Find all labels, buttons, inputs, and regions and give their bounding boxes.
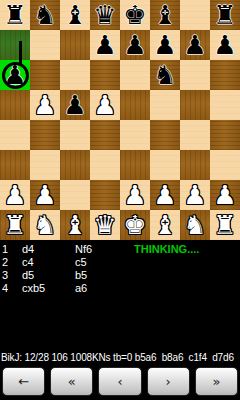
move-row: 2 c4 c5 (0, 256, 240, 269)
black-bishop-piece: ♝ (150, 0, 180, 30)
square-c8[interactable]: ♝ (60, 0, 90, 30)
black-pawn-piece: ♟ (90, 30, 120, 60)
square-h1[interactable]: ♜ (210, 210, 240, 240)
square-c2[interactable] (60, 180, 90, 210)
jump-to-start-button[interactable]: « (50, 367, 93, 396)
square-b1[interactable]: ♞ (30, 210, 60, 240)
white-move: c4 (22, 256, 34, 268)
step-forward-button[interactable]: › (147, 367, 190, 396)
black-bishop-piece: ♝ (60, 0, 90, 30)
white-pawn-piece: ♟ (30, 90, 60, 120)
square-g4[interactable] (180, 120, 210, 150)
square-d5[interactable]: ♟ (90, 90, 120, 120)
black-move: b5 (75, 269, 87, 281)
black-pawn-piece: ♟ (180, 30, 210, 60)
white-queen-piece: ♛ (90, 210, 120, 240)
square-d6[interactable] (90, 60, 120, 90)
square-c3[interactable] (60, 150, 90, 180)
square-d7[interactable]: ♟ (90, 30, 120, 60)
square-b2[interactable]: ♟ (30, 180, 60, 210)
step-backward-button[interactable]: ‹ (98, 367, 141, 396)
square-c4[interactable] (60, 120, 90, 150)
black-pawn-piece: ♟ (0, 60, 30, 90)
square-e6[interactable] (120, 60, 150, 90)
square-f3[interactable] (150, 150, 180, 180)
square-h2[interactable]: ♟ (210, 180, 240, 210)
square-h6[interactable] (210, 60, 240, 90)
black-move: Nf6 (75, 243, 92, 255)
square-b3[interactable] (30, 150, 60, 180)
jump-to-end-button[interactable]: » (195, 367, 238, 396)
black-move: c5 (75, 256, 87, 268)
black-pawn-piece: ♟ (150, 30, 180, 60)
square-a7[interactable] (0, 30, 30, 60)
square-g3[interactable] (180, 150, 210, 180)
square-g2[interactable]: ♟ (180, 180, 210, 210)
square-f8[interactable]: ♝ (150, 0, 180, 30)
black-knight-piece: ♞ (150, 60, 180, 90)
black-move: a6 (75, 282, 87, 294)
square-a6[interactable]: ♟ (0, 60, 30, 90)
square-h5[interactable] (210, 90, 240, 120)
move-number: 1 (2, 243, 8, 255)
square-h8[interactable]: ♜ (210, 0, 240, 30)
engine-status-bar: BikJ: 12/28 106 1008KNs tb=0 b5a6 b8a6 c… (1, 352, 240, 363)
square-e1[interactable]: ♚ (120, 210, 150, 240)
square-d3[interactable] (90, 150, 120, 180)
move-number: 4 (2, 282, 8, 294)
move-row: 3 d5 b5 (0, 269, 240, 282)
black-rook-piece: ♜ (0, 0, 30, 30)
square-a1[interactable]: ♜ (0, 210, 30, 240)
square-g1[interactable]: ♞ (180, 210, 210, 240)
move-number: 2 (2, 256, 8, 268)
square-b7[interactable] (30, 30, 60, 60)
square-c5[interactable]: ♟ (60, 90, 90, 120)
white-move: cxb5 (22, 282, 45, 294)
black-pawn-piece: ♟ (120, 30, 150, 60)
square-e8[interactable]: ♚ (120, 0, 150, 30)
square-d4[interactable] (90, 120, 120, 150)
square-c1[interactable]: ♝ (60, 210, 90, 240)
square-e3[interactable] (120, 150, 150, 180)
white-rook-piece: ♜ (210, 210, 240, 240)
square-a3[interactable] (0, 150, 30, 180)
square-g6[interactable] (180, 60, 210, 90)
white-rook-piece: ♜ (0, 210, 30, 240)
white-pawn-piece: ♟ (120, 180, 150, 210)
square-a2[interactable]: ♟ (0, 180, 30, 210)
square-h4[interactable] (210, 120, 240, 150)
black-king-piece: ♚ (120, 0, 150, 30)
square-e2[interactable]: ♟ (120, 180, 150, 210)
square-e5[interactable] (120, 90, 150, 120)
square-c6[interactable] (60, 60, 90, 90)
black-pawn-piece: ♟ (60, 90, 90, 120)
move-row: 1 d4 Nf6 THINKING.... (0, 243, 240, 256)
square-b5[interactable]: ♟ (30, 90, 60, 120)
square-h3[interactable] (210, 150, 240, 180)
white-move: d4 (22, 243, 34, 255)
white-knight-piece: ♞ (180, 210, 210, 240)
white-knight-piece: ♞ (30, 210, 60, 240)
square-f6[interactable]: ♞ (150, 60, 180, 90)
square-a4[interactable] (0, 120, 30, 150)
undo-move-button[interactable]: ← (2, 367, 45, 396)
square-g7[interactable]: ♟ (180, 30, 210, 60)
square-a5[interactable] (0, 90, 30, 120)
square-e7[interactable]: ♟ (120, 30, 150, 60)
black-knight-piece: ♞ (30, 0, 60, 30)
square-f4[interactable] (150, 120, 180, 150)
square-f1[interactable]: ♝ (150, 210, 180, 240)
move-number: 3 (2, 269, 8, 281)
white-pawn-piece: ♟ (0, 180, 30, 210)
move-list: 1 d4 Nf6 THINKING.... 2 c4 c5 3 d5 b5 4 … (0, 240, 240, 301)
black-rook-piece: ♜ (210, 0, 240, 30)
square-f7[interactable]: ♟ (150, 30, 180, 60)
white-bishop-piece: ♝ (150, 210, 180, 240)
navigation-controls: ← « ‹ › » (0, 367, 240, 397)
square-f5[interactable] (150, 90, 180, 120)
white-king-piece: ♚ (120, 210, 150, 240)
square-f2[interactable]: ♟ (150, 180, 180, 210)
square-b8[interactable]: ♞ (30, 0, 60, 30)
square-g8[interactable] (180, 0, 210, 30)
move-row: 4 cxb5 a6 (0, 282, 240, 295)
white-pawn-piece: ♟ (90, 90, 120, 120)
white-pawn-piece: ♟ (150, 180, 180, 210)
square-b6[interactable] (30, 60, 60, 90)
white-pawn-piece: ♟ (180, 180, 210, 210)
black-queen-piece: ♛ (90, 0, 120, 30)
chess-board[interactable]: ♜♞♝♛♚♝♜♟♟♟♟♟♟♞♟♟♟♟♟♟♟♟♟♜♞♝♛♚♝♞♜ (0, 0, 240, 240)
white-move: d5 (22, 269, 34, 281)
white-pawn-piece: ♟ (210, 180, 240, 210)
square-a8[interactable]: ♜ (0, 0, 30, 30)
square-g5[interactable] (180, 90, 210, 120)
white-pawn-piece: ♟ (30, 180, 60, 210)
square-b4[interactable] (30, 120, 60, 150)
square-c7[interactable] (60, 30, 90, 60)
black-pawn-piece: ♟ (210, 30, 240, 60)
engine-thinking-label: THINKING.... (134, 243, 199, 255)
chess-app-screen: ♜♞♝♛♚♝♜♟♟♟♟♟♟♞♟♟♟♟♟♟♟♟♟♜♞♝♛♚♝♞♜ 1 d4 Nf6… (0, 0, 240, 400)
white-bishop-piece: ♝ (60, 210, 90, 240)
square-e4[interactable] (120, 120, 150, 150)
square-d2[interactable] (90, 180, 120, 210)
square-d8[interactable]: ♛ (90, 0, 120, 30)
square-h7[interactable]: ♟ (210, 30, 240, 60)
square-d1[interactable]: ♛ (90, 210, 120, 240)
